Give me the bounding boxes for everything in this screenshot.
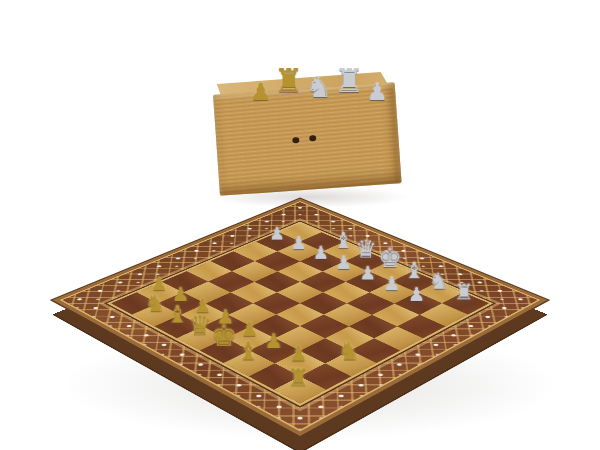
piece-white-king[interactable]: ♚ [210, 321, 237, 351]
piece-white-rook[interactable]: ♜ [288, 366, 310, 390]
square-h1[interactable]: ♜ [274, 376, 326, 403]
piece-black-pawn[interactable]: ♟ [313, 244, 329, 262]
box-pieces-tray: ♟♜♞♜♟ [250, 26, 388, 106]
piece-white-pawn[interactable]: ♟ [241, 319, 259, 339]
piece-black-pawn[interactable]: ♟ [408, 285, 425, 304]
product-photo: ♟♜♞♜♟ ♝♛♚♝♞♜♟♟♟♟♟♟♟♞♟♟♟♟♟♟♟♞♝♛♚♝♜ [0, 0, 600, 450]
piece-white-bishop[interactable]: ♝ [237, 339, 259, 364]
piece-white-pawn[interactable]: ♟ [265, 331, 283, 351]
piece-white-knight[interactable]: ♞ [145, 292, 166, 315]
box-piece-gold-pawn[interactable]: ♟ [250, 80, 272, 104]
box-piece-silver-rook[interactable]: ♜ [334, 64, 364, 97]
box-piece-gold-rook[interactable]: ♜ [274, 64, 304, 97]
piece-black-pawn[interactable]: ♟ [359, 264, 376, 283]
piece-black-bishop[interactable]: ♝ [404, 260, 424, 282]
piece-white-bishop[interactable]: ♝ [167, 303, 188, 327]
piece-black-pawn[interactable]: ♟ [336, 253, 352, 271]
square-h7[interactable] [420, 303, 468, 326]
piece-black-rook[interactable]: ♜ [454, 282, 474, 304]
piece-black-pawn[interactable]: ♟ [291, 234, 307, 252]
box-piece-silver-pawn[interactable]: ♟ [366, 80, 388, 104]
piece-black-knight[interactable]: ♞ [428, 270, 448, 293]
piece-black-pawn[interactable]: ♟ [384, 274, 401, 293]
piece-white-queen[interactable]: ♛ [188, 312, 212, 339]
box-keyhole-right [309, 135, 316, 141]
board-grid: ♝♛♚♝♞♜♟♟♟♟♟♟♟♞♟♟♟♟♟♟♟♞♝♛♚♝♜ [111, 223, 489, 403]
piece-black-pawn[interactable]: ♟ [269, 225, 285, 243]
box-keyhole-left [292, 137, 299, 143]
box-piece-silver-knight[interactable]: ♞ [306, 73, 332, 102]
piece-black-king[interactable]: ♚ [377, 245, 401, 272]
piece-white-knight[interactable]: ♞ [338, 339, 360, 364]
piece-white-pawn[interactable]: ♟ [290, 343, 308, 364]
piece-black-bishop[interactable]: ♝ [333, 230, 352, 252]
piece-black-queen[interactable]: ♛ [355, 237, 377, 262]
